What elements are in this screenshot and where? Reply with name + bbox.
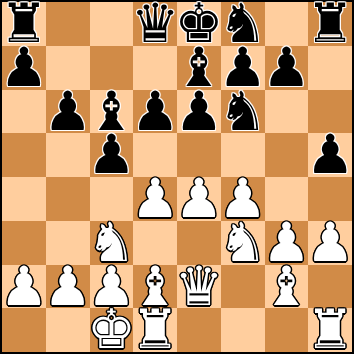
piece-white-knight: ♞ bbox=[218, 221, 266, 265]
square-d1[interactable]: ♜ bbox=[133, 308, 177, 352]
piece-white-pawn: ♟ bbox=[262, 221, 310, 265]
piece-black-pawn: ♟ bbox=[218, 46, 266, 90]
square-g7[interactable]: ♟ bbox=[265, 46, 309, 90]
piece-black-pawn: ♟ bbox=[175, 90, 223, 134]
square-b1[interactable] bbox=[46, 308, 90, 352]
piece-black-rook: ♜ bbox=[306, 2, 354, 46]
square-e8[interactable]: ♚ bbox=[177, 2, 221, 46]
square-f8[interactable]: ♞ bbox=[221, 2, 265, 46]
piece-white-pawn: ♟ bbox=[306, 221, 354, 265]
square-f6[interactable]: ♞ bbox=[221, 90, 265, 134]
piece-black-queen: ♛ bbox=[131, 2, 179, 46]
piece-black-bishop: ♝ bbox=[175, 46, 223, 90]
square-d2[interactable]: ♝ bbox=[133, 265, 177, 309]
square-e1[interactable] bbox=[177, 308, 221, 352]
square-c6[interactable]: ♝ bbox=[90, 90, 134, 134]
square-e3[interactable] bbox=[177, 221, 221, 265]
square-h7[interactable] bbox=[308, 46, 352, 90]
piece-black-pawn: ♟ bbox=[0, 46, 48, 90]
piece-black-knight: ♞ bbox=[218, 90, 266, 134]
piece-black-pawn: ♟ bbox=[87, 133, 135, 177]
square-e5[interactable] bbox=[177, 133, 221, 177]
square-g5[interactable] bbox=[265, 133, 309, 177]
piece-black-pawn: ♟ bbox=[131, 90, 179, 134]
square-c8[interactable] bbox=[90, 2, 134, 46]
square-g8[interactable] bbox=[265, 2, 309, 46]
square-a1[interactable] bbox=[2, 308, 46, 352]
square-b5[interactable] bbox=[46, 133, 90, 177]
square-g1[interactable] bbox=[265, 308, 309, 352]
square-a5[interactable] bbox=[2, 133, 46, 177]
piece-white-bishop: ♝ bbox=[131, 265, 179, 309]
square-h8[interactable]: ♜ bbox=[308, 2, 352, 46]
piece-black-knight: ♞ bbox=[218, 2, 266, 46]
square-f7[interactable]: ♟ bbox=[221, 46, 265, 90]
piece-black-bishop: ♝ bbox=[87, 90, 135, 134]
square-b8[interactable] bbox=[46, 2, 90, 46]
piece-white-bishop: ♝ bbox=[262, 265, 310, 309]
piece-white-pawn: ♟ bbox=[87, 265, 135, 309]
chess-board: ♜♛♚♞♜♟♝♟♟♟♝♟♟♞♟♟♟♟♟♞♞♟♟♟♟♟♝♛♝♚♜♜ bbox=[2, 2, 352, 352]
square-g4[interactable] bbox=[265, 177, 309, 221]
square-c4[interactable] bbox=[90, 177, 134, 221]
square-c7[interactable] bbox=[90, 46, 134, 90]
square-b7[interactable] bbox=[46, 46, 90, 90]
square-b3[interactable] bbox=[46, 221, 90, 265]
square-a4[interactable] bbox=[2, 177, 46, 221]
piece-black-king: ♚ bbox=[175, 2, 223, 46]
square-d7[interactable] bbox=[133, 46, 177, 90]
square-c2[interactable]: ♟ bbox=[90, 265, 134, 309]
square-a2[interactable]: ♟ bbox=[2, 265, 46, 309]
square-c3[interactable]: ♞ bbox=[90, 221, 134, 265]
piece-white-pawn: ♟ bbox=[131, 177, 179, 221]
square-a7[interactable]: ♟ bbox=[2, 46, 46, 90]
piece-white-knight: ♞ bbox=[87, 221, 135, 265]
piece-black-pawn: ♟ bbox=[306, 133, 354, 177]
piece-white-rook: ♜ bbox=[131, 308, 179, 352]
square-b2[interactable]: ♟ bbox=[46, 265, 90, 309]
square-b4[interactable] bbox=[46, 177, 90, 221]
square-b6[interactable]: ♟ bbox=[46, 90, 90, 134]
square-g6[interactable] bbox=[265, 90, 309, 134]
piece-black-pawn: ♟ bbox=[43, 90, 91, 134]
square-h3[interactable]: ♟ bbox=[308, 221, 352, 265]
square-e6[interactable]: ♟ bbox=[177, 90, 221, 134]
square-d6[interactable]: ♟ bbox=[133, 90, 177, 134]
square-h6[interactable] bbox=[308, 90, 352, 134]
piece-white-rook: ♜ bbox=[306, 308, 354, 352]
piece-white-king: ♚ bbox=[87, 308, 135, 352]
square-d5[interactable] bbox=[133, 133, 177, 177]
square-f2[interactable] bbox=[221, 265, 265, 309]
square-a8[interactable]: ♜ bbox=[2, 2, 46, 46]
square-e4[interactable]: ♟ bbox=[177, 177, 221, 221]
square-c1[interactable]: ♚ bbox=[90, 308, 134, 352]
piece-black-pawn: ♟ bbox=[262, 46, 310, 90]
square-f1[interactable] bbox=[221, 308, 265, 352]
square-f5[interactable] bbox=[221, 133, 265, 177]
square-h4[interactable] bbox=[308, 177, 352, 221]
piece-white-pawn: ♟ bbox=[0, 265, 48, 309]
square-e7[interactable]: ♝ bbox=[177, 46, 221, 90]
square-a6[interactable] bbox=[2, 90, 46, 134]
square-g2[interactable]: ♝ bbox=[265, 265, 309, 309]
square-g3[interactable]: ♟ bbox=[265, 221, 309, 265]
piece-white-queen: ♛ bbox=[175, 265, 223, 309]
piece-black-rook: ♜ bbox=[0, 2, 48, 46]
square-h5[interactable]: ♟ bbox=[308, 133, 352, 177]
square-h1[interactable]: ♜ bbox=[308, 308, 352, 352]
square-d3[interactable] bbox=[133, 221, 177, 265]
chess-board-frame: ♜♛♚♞♜♟♝♟♟♟♝♟♟♞♟♟♟♟♟♞♞♟♟♟♟♟♝♛♝♚♜♜ bbox=[0, 0, 354, 354]
square-f4[interactable]: ♟ bbox=[221, 177, 265, 221]
piece-white-pawn: ♟ bbox=[43, 265, 91, 309]
square-e2[interactable]: ♛ bbox=[177, 265, 221, 309]
square-d4[interactable]: ♟ bbox=[133, 177, 177, 221]
square-c5[interactable]: ♟ bbox=[90, 133, 134, 177]
square-h2[interactable] bbox=[308, 265, 352, 309]
piece-white-pawn: ♟ bbox=[218, 177, 266, 221]
piece-white-pawn: ♟ bbox=[175, 177, 223, 221]
square-f3[interactable]: ♞ bbox=[221, 221, 265, 265]
square-d8[interactable]: ♛ bbox=[133, 2, 177, 46]
square-a3[interactable] bbox=[2, 221, 46, 265]
